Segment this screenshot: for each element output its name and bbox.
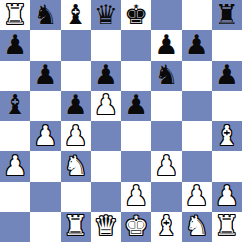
square-f7[interactable]: ♟ (151, 30, 181, 60)
square-h8[interactable]: ♜ (212, 0, 242, 30)
white-pawn[interactable]: ♟ (3, 152, 27, 179)
square-b7[interactable] (30, 30, 60, 60)
square-c3[interactable]: ♞ (61, 151, 91, 181)
square-e8[interactable]: ♚ (121, 0, 151, 30)
black-bishop[interactable]: ♝ (3, 91, 27, 118)
square-f3[interactable]: ♟ (151, 151, 181, 181)
square-b3[interactable] (30, 151, 60, 181)
square-a3[interactable]: ♟ (0, 151, 30, 181)
square-b5[interactable] (30, 91, 60, 121)
white-bishop[interactable]: ♝ (154, 212, 178, 239)
black-pawn[interactable]: ♟ (154, 31, 178, 58)
square-b2[interactable] (30, 182, 60, 212)
square-g3[interactable] (182, 151, 212, 181)
square-g4[interactable] (182, 121, 212, 151)
square-c6[interactable] (61, 61, 91, 91)
square-g5[interactable] (182, 91, 212, 121)
square-d7[interactable] (91, 30, 121, 60)
square-c5[interactable]: ♟ (61, 91, 91, 121)
white-rook[interactable]: ♜ (3, 1, 27, 28)
square-h5[interactable] (212, 91, 242, 121)
square-d6[interactable]: ♟ (91, 61, 121, 91)
black-pawn[interactable]: ♟ (94, 61, 118, 88)
white-pawn[interactable]: ♟ (94, 91, 118, 118)
square-d8[interactable]: ♛ (91, 0, 121, 30)
square-f1[interactable]: ♝ (151, 212, 181, 242)
square-b6[interactable]: ♟ (30, 61, 60, 91)
chess-board: ♜♞♝♛♚♜♟♟♟♟♟♞♟♝♟♟♟♟♟♝♟♞♟♟♟♟♜♛♚♝♞♜ (0, 0, 242, 242)
black-rook[interactable]: ♜ (215, 1, 239, 28)
square-c1[interactable]: ♜ (61, 212, 91, 242)
square-a7[interactable]: ♟ (0, 30, 30, 60)
square-h1[interactable]: ♜ (212, 212, 242, 242)
square-g1[interactable]: ♞ (182, 212, 212, 242)
black-pawn[interactable]: ♟ (33, 61, 57, 88)
square-c8[interactable]: ♝ (61, 0, 91, 30)
white-pawn[interactable]: ♟ (64, 122, 88, 149)
square-f8[interactable] (151, 0, 181, 30)
square-f6[interactable]: ♞ (151, 61, 181, 91)
square-g6[interactable] (182, 61, 212, 91)
white-king[interactable]: ♚ (124, 212, 148, 239)
white-pawn[interactable]: ♟ (154, 152, 178, 179)
white-bishop[interactable]: ♝ (215, 122, 239, 149)
white-pawn[interactable]: ♟ (33, 122, 57, 149)
square-h4[interactable]: ♝ (212, 121, 242, 151)
square-d5[interactable]: ♟ (91, 91, 121, 121)
black-pawn[interactable]: ♟ (215, 61, 239, 88)
square-b4[interactable]: ♟ (30, 121, 60, 151)
white-rook[interactable]: ♜ (64, 212, 88, 239)
square-a2[interactable] (0, 182, 30, 212)
square-d3[interactable] (91, 151, 121, 181)
square-h6[interactable]: ♟ (212, 61, 242, 91)
square-c7[interactable] (61, 30, 91, 60)
black-knight[interactable]: ♞ (33, 1, 57, 28)
square-d1[interactable]: ♛ (91, 212, 121, 242)
square-b8[interactable]: ♞ (30, 0, 60, 30)
black-pawn[interactable]: ♟ (124, 91, 148, 118)
square-g2[interactable]: ♟ (182, 182, 212, 212)
white-rook[interactable]: ♜ (215, 212, 239, 239)
black-queen[interactable]: ♛ (94, 1, 118, 28)
black-pawn[interactable]: ♟ (3, 31, 27, 58)
square-d2[interactable] (91, 182, 121, 212)
black-knight[interactable]: ♞ (154, 61, 178, 88)
square-a8[interactable]: ♜ (0, 0, 30, 30)
white-knight[interactable]: ♞ (64, 152, 88, 179)
square-e2[interactable]: ♟ (121, 182, 151, 212)
square-e5[interactable]: ♟ (121, 91, 151, 121)
square-e1[interactable]: ♚ (121, 212, 151, 242)
square-e4[interactable] (121, 121, 151, 151)
square-d4[interactable] (91, 121, 121, 151)
square-e6[interactable] (121, 61, 151, 91)
square-f2[interactable] (151, 182, 181, 212)
white-queen[interactable]: ♛ (94, 212, 118, 239)
square-h2[interactable]: ♟ (212, 182, 242, 212)
square-f5[interactable] (151, 91, 181, 121)
black-king[interactable]: ♚ (124, 1, 148, 28)
square-h3[interactable] (212, 151, 242, 181)
square-a4[interactable] (0, 121, 30, 151)
black-pawn[interactable]: ♟ (64, 91, 88, 118)
square-c2[interactable] (61, 182, 91, 212)
white-pawn[interactable]: ♟ (215, 182, 239, 209)
square-e7[interactable] (121, 30, 151, 60)
square-e3[interactable] (121, 151, 151, 181)
square-a6[interactable] (0, 61, 30, 91)
white-pawn[interactable]: ♟ (124, 182, 148, 209)
square-b1[interactable] (30, 212, 60, 242)
square-a1[interactable] (0, 212, 30, 242)
square-a5[interactable]: ♝ (0, 91, 30, 121)
black-bishop[interactable]: ♝ (64, 1, 88, 28)
square-g8[interactable] (182, 0, 212, 30)
white-knight[interactable]: ♞ (185, 212, 209, 239)
white-pawn[interactable]: ♟ (185, 182, 209, 209)
square-f4[interactable] (151, 121, 181, 151)
black-pawn[interactable]: ♟ (185, 31, 209, 58)
square-g7[interactable]: ♟ (182, 30, 212, 60)
square-h7[interactable] (212, 30, 242, 60)
square-c4[interactable]: ♟ (61, 121, 91, 151)
